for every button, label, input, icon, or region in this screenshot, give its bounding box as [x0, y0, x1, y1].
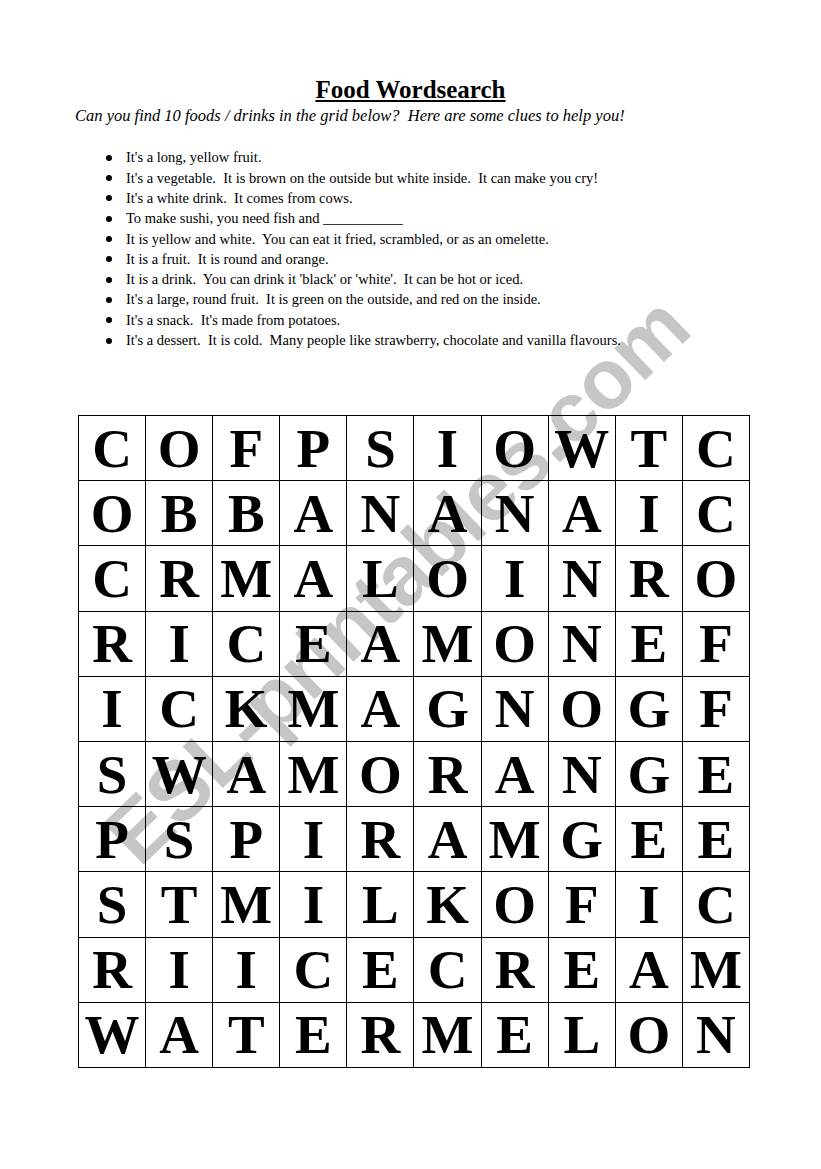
- grid-cell[interactable]: P: [79, 807, 146, 872]
- grid-cell[interactable]: M: [280, 742, 347, 807]
- grid-cell[interactable]: C: [280, 938, 347, 1003]
- grid-cell[interactable]: I: [616, 872, 683, 937]
- grid-cell[interactable]: M: [213, 872, 280, 937]
- clue-text: It's a dessert. It is cold. Many people …: [126, 332, 621, 349]
- grid-cell[interactable]: I: [280, 872, 347, 937]
- clue-item: It is yellow and white. You can eat it f…: [106, 229, 821, 249]
- grid-cell[interactable]: O: [414, 546, 481, 611]
- bullet-icon: [106, 216, 112, 222]
- grid-cell[interactable]: I: [146, 612, 213, 677]
- clue-item: It's a white drink. It comes from cows.: [106, 188, 821, 208]
- grid-cell[interactable]: A: [414, 807, 481, 872]
- grid-cell[interactable]: I: [280, 807, 347, 872]
- grid-cell[interactable]: L: [549, 1003, 616, 1068]
- bullet-icon: [106, 195, 112, 201]
- grid-cell[interactable]: O: [482, 416, 549, 481]
- grid-cell[interactable]: A: [616, 938, 683, 1003]
- grid-cell[interactable]: C: [213, 612, 280, 677]
- clue-item: It's a large, round fruit. It is green o…: [106, 290, 821, 310]
- grid-cell[interactable]: T: [616, 416, 683, 481]
- grid-cell[interactable]: E: [549, 938, 616, 1003]
- clue-item: It is a drink. You can drink it 'black' …: [106, 270, 821, 290]
- clue-item: It's a vegetable. It is brown on the out…: [106, 168, 821, 188]
- grid-cell[interactable]: A: [482, 742, 549, 807]
- grid-cell[interactable]: E: [616, 612, 683, 677]
- grid-cell[interactable]: C: [146, 677, 213, 742]
- grid-cell[interactable]: T: [213, 1003, 280, 1068]
- grid-cell[interactable]: E: [280, 612, 347, 677]
- grid-cell[interactable]: F: [549, 872, 616, 937]
- grid-cell[interactable]: C: [683, 416, 750, 481]
- clue-item: It's a dessert. It is cold. Many people …: [106, 330, 821, 350]
- grid-cell[interactable]: O: [146, 416, 213, 481]
- bullet-icon: [106, 175, 112, 181]
- grid-cell[interactable]: M: [414, 1003, 481, 1068]
- grid-cell[interactable]: N: [683, 1003, 750, 1068]
- grid-cell[interactable]: R: [414, 742, 481, 807]
- grid-cell[interactable]: M: [482, 807, 549, 872]
- grid-cell[interactable]: A: [347, 612, 414, 677]
- grid-cell[interactable]: O: [482, 612, 549, 677]
- grid-cell[interactable]: N: [549, 742, 616, 807]
- grid-cell[interactable]: S: [79, 872, 146, 937]
- bullet-icon: [106, 277, 112, 283]
- subtitle: Can you find 10 foods / drinks in the gr…: [75, 107, 821, 126]
- grid-cell[interactable]: E: [347, 938, 414, 1003]
- grid-cell[interactable]: S: [146, 807, 213, 872]
- clue-item: To make sushi, you need fish and _______…: [106, 209, 821, 229]
- grid-cell[interactable]: S: [79, 742, 146, 807]
- clue-list: It's a long, yellow fruit.It's a vegetab…: [0, 148, 821, 351]
- grid-cell[interactable]: W: [146, 742, 213, 807]
- grid-cell[interactable]: E: [683, 742, 750, 807]
- clue-text: It is a drink. You can drink it 'black' …: [126, 271, 523, 288]
- wordsearch-grid: COFPSIOWTCOBBANANAICCRMALOINRORICEAMONEF…: [78, 415, 750, 1068]
- grid-cell[interactable]: W: [79, 1003, 146, 1068]
- grid-cell[interactable]: P: [213, 807, 280, 872]
- grid-cell[interactable]: F: [683, 677, 750, 742]
- grid-cell[interactable]: G: [616, 677, 683, 742]
- bullet-icon: [106, 317, 112, 323]
- clue-text: It's a snack. It's made from potatoes.: [126, 312, 340, 329]
- worksheet-page: ESL-printables.com Food Wordsearch Can y…: [0, 0, 821, 1169]
- grid-cell[interactable]: G: [616, 742, 683, 807]
- grid-cell[interactable]: N: [549, 612, 616, 677]
- grid-cell[interactable]: E: [280, 1003, 347, 1068]
- grid-cell[interactable]: C: [79, 416, 146, 481]
- clue-text: It is yellow and white. You can eat it f…: [126, 231, 549, 248]
- grid-cell[interactable]: W: [549, 416, 616, 481]
- grid-cell[interactable]: G: [414, 677, 481, 742]
- grid-cell[interactable]: N: [482, 481, 549, 546]
- clue-text: It's a long, yellow fruit.: [126, 149, 262, 166]
- grid-cell[interactable]: G: [549, 807, 616, 872]
- bullet-icon: [106, 236, 112, 242]
- grid-cell[interactable]: R: [79, 938, 146, 1003]
- grid-cell[interactable]: S: [347, 416, 414, 481]
- grid-cell[interactable]: O: [616, 1003, 683, 1068]
- grid-cell[interactable]: I: [414, 416, 481, 481]
- grid-cell[interactable]: A: [213, 742, 280, 807]
- grid-cell[interactable]: T: [146, 872, 213, 937]
- grid-cell[interactable]: R: [146, 546, 213, 611]
- grid-cell[interactable]: A: [347, 677, 414, 742]
- grid-cell[interactable]: E: [482, 1003, 549, 1068]
- grid-cell[interactable]: C: [79, 546, 146, 611]
- grid-cell[interactable]: L: [347, 872, 414, 937]
- clue-text: It's a large, round fruit. It is green o…: [126, 291, 541, 308]
- clue-item: It's a long, yellow fruit.: [106, 148, 821, 168]
- grid-cell[interactable]: P: [280, 416, 347, 481]
- grid-cell[interactable]: A: [146, 1003, 213, 1068]
- grid-cell[interactable]: C: [683, 481, 750, 546]
- grid-cell[interactable]: L: [347, 546, 414, 611]
- grid-cell[interactable]: B: [213, 481, 280, 546]
- grid-cell[interactable]: R: [482, 938, 549, 1003]
- grid-cell[interactable]: M: [683, 938, 750, 1003]
- grid-cell[interactable]: N: [347, 481, 414, 546]
- grid-cell[interactable]: N: [549, 546, 616, 611]
- grid-cell[interactable]: O: [549, 677, 616, 742]
- grid-cell[interactable]: I: [616, 481, 683, 546]
- grid-cell[interactable]: K: [414, 872, 481, 937]
- grid-cell[interactable]: F: [213, 416, 280, 481]
- grid-cell[interactable]: K: [213, 677, 280, 742]
- bullet-icon: [106, 256, 112, 262]
- grid-cell[interactable]: O: [482, 872, 549, 937]
- grid-cell[interactable]: O: [683, 546, 750, 611]
- page-title: Food Wordsearch: [0, 0, 821, 105]
- grid-cell[interactable]: M: [213, 546, 280, 611]
- grid-cell[interactable]: M: [414, 612, 481, 677]
- grid-cell[interactable]: N: [482, 677, 549, 742]
- grid-cell[interactable]: E: [616, 807, 683, 872]
- grid-cell[interactable]: A: [280, 481, 347, 546]
- grid-cell[interactable]: A: [280, 546, 347, 611]
- clue-text: It's a vegetable. It is brown on the out…: [126, 170, 598, 187]
- clue-text: It is a fruit. It is round and orange.: [126, 251, 329, 268]
- grid-cell[interactable]: I: [79, 677, 146, 742]
- grid-cell[interactable]: C: [683, 872, 750, 937]
- grid-cell[interactable]: A: [414, 481, 481, 546]
- grid-cell[interactable]: R: [347, 1003, 414, 1068]
- grid-cell[interactable]: A: [549, 481, 616, 546]
- grid-cell[interactable]: C: [414, 938, 481, 1003]
- bullet-icon: [106, 297, 112, 303]
- clue-text: To make sushi, you need fish and _______…: [126, 210, 403, 227]
- grid-cell[interactable]: R: [616, 546, 683, 611]
- grid-cell[interactable]: I: [482, 546, 549, 611]
- grid-cell[interactable]: O: [347, 742, 414, 807]
- grid-cell[interactable]: R: [347, 807, 414, 872]
- clue-text: It's a white drink. It comes from cows.: [126, 190, 353, 207]
- grid-cell[interactable]: M: [280, 677, 347, 742]
- grid-cell[interactable]: I: [213, 938, 280, 1003]
- grid-cell[interactable]: F: [683, 612, 750, 677]
- grid-cell[interactable]: R: [79, 612, 146, 677]
- grid-cell[interactable]: B: [146, 481, 213, 546]
- bullet-icon: [106, 338, 112, 344]
- grid-cell[interactable]: I: [146, 938, 213, 1003]
- bullet-icon: [106, 155, 112, 161]
- grid-cell[interactable]: O: [79, 481, 146, 546]
- grid-cell[interactable]: E: [683, 807, 750, 872]
- clue-item: It is a fruit. It is round and orange.: [106, 249, 821, 269]
- clue-item: It's a snack. It's made from potatoes.: [106, 310, 821, 330]
